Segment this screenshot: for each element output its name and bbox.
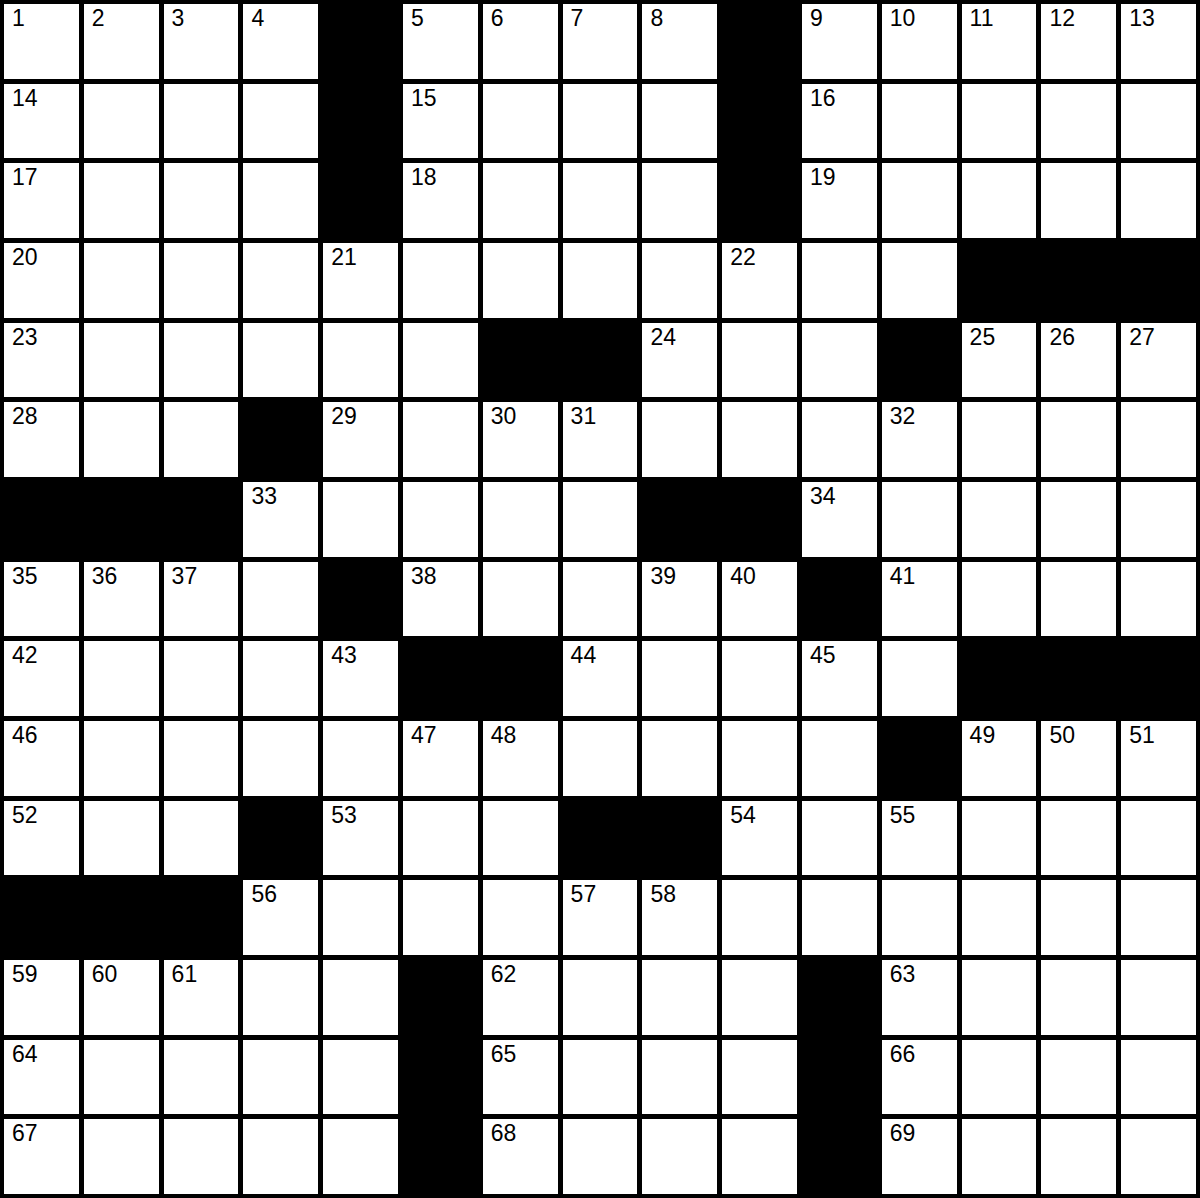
black-cell: [164, 880, 239, 955]
black-cell: [642, 801, 717, 876]
white-cell[interactable]: 24: [642, 323, 717, 398]
white-cell[interactable]: [1041, 482, 1116, 557]
clue-number: 7: [571, 7, 584, 30]
white-cell[interactable]: [962, 1040, 1037, 1115]
black-cell: [882, 721, 957, 796]
black-cell: [962, 641, 1037, 716]
white-cell[interactable]: 48: [483, 721, 558, 796]
clue-number: 38: [411, 565, 437, 588]
clue-number: 34: [810, 485, 836, 508]
white-cell[interactable]: 68: [483, 1119, 558, 1194]
white-cell[interactable]: 14: [4, 84, 79, 159]
white-cell[interactable]: [563, 482, 638, 557]
white-cell[interactable]: [563, 562, 638, 637]
white-cell[interactable]: [642, 721, 717, 796]
white-cell[interactable]: [722, 323, 797, 398]
white-cell[interactable]: 44: [563, 641, 638, 716]
white-cell[interactable]: [882, 84, 957, 159]
white-cell[interactable]: [483, 801, 558, 876]
clue-number: 5: [411, 7, 424, 30]
clue-number: 20: [12, 246, 38, 269]
white-cell[interactable]: [483, 84, 558, 159]
white-cell[interactable]: 10: [882, 4, 957, 79]
white-cell[interactable]: [722, 402, 797, 477]
white-cell[interactable]: 25: [962, 323, 1037, 398]
black-cell: [323, 4, 398, 79]
white-cell[interactable]: [563, 84, 638, 159]
white-cell[interactable]: [882, 163, 957, 238]
white-cell[interactable]: [1121, 562, 1196, 637]
white-cell[interactable]: [1041, 163, 1116, 238]
white-cell[interactable]: 66: [882, 1040, 957, 1115]
white-cell[interactable]: [84, 1119, 159, 1194]
black-cell: [243, 801, 318, 876]
clue-number: 62: [491, 963, 517, 986]
white-cell[interactable]: [323, 482, 398, 557]
white-cell[interactable]: 23: [4, 323, 79, 398]
white-cell[interactable]: 69: [882, 1119, 957, 1194]
white-cell[interactable]: [642, 243, 717, 318]
black-cell: [962, 243, 1037, 318]
white-cell[interactable]: 37: [164, 562, 239, 637]
white-cell[interactable]: [722, 721, 797, 796]
white-cell[interactable]: [243, 84, 318, 159]
clue-number: 37: [172, 565, 198, 588]
black-cell: [164, 482, 239, 557]
clue-number: 61: [172, 963, 198, 986]
white-cell[interactable]: [243, 1119, 318, 1194]
white-cell[interactable]: [962, 1119, 1037, 1194]
white-cell[interactable]: 60: [84, 960, 159, 1035]
white-cell[interactable]: 41: [882, 562, 957, 637]
clue-number: 4: [251, 7, 264, 30]
white-cell[interactable]: 32: [882, 402, 957, 477]
white-cell[interactable]: [164, 84, 239, 159]
clue-number: 31: [571, 405, 597, 428]
white-cell[interactable]: [243, 323, 318, 398]
black-cell: [483, 323, 558, 398]
black-cell: [1041, 243, 1116, 318]
white-cell[interactable]: [403, 482, 478, 557]
white-cell[interactable]: [483, 880, 558, 955]
white-cell[interactable]: 58: [642, 880, 717, 955]
white-cell[interactable]: [164, 402, 239, 477]
clue-number: 41: [890, 565, 916, 588]
white-cell[interactable]: 29: [323, 402, 398, 477]
white-cell[interactable]: [722, 960, 797, 1035]
clue-number: 52: [12, 804, 38, 827]
white-cell[interactable]: 51: [1121, 721, 1196, 796]
clue-number: 53: [331, 804, 357, 827]
white-cell[interactable]: 52: [4, 801, 79, 876]
clue-number: 55: [890, 804, 916, 827]
clue-number: 68: [491, 1122, 517, 1145]
clue-number: 65: [491, 1043, 517, 1066]
white-cell[interactable]: [243, 243, 318, 318]
white-cell[interactable]: [642, 402, 717, 477]
black-cell: [403, 1119, 478, 1194]
black-cell: [483, 641, 558, 716]
white-cell[interactable]: [84, 1040, 159, 1115]
clue-number: 21: [331, 246, 357, 269]
white-cell[interactable]: 28: [4, 402, 79, 477]
black-cell: [323, 84, 398, 159]
white-cell[interactable]: [1041, 960, 1116, 1035]
clue-number: 33: [251, 485, 277, 508]
crossword-puzzle: 1234567891011121314151617181920212223242…: [0, 0, 1200, 1198]
white-cell[interactable]: [882, 641, 957, 716]
black-cell: [1121, 641, 1196, 716]
white-cell[interactable]: [563, 243, 638, 318]
white-cell[interactable]: [962, 482, 1037, 557]
white-cell[interactable]: 43: [323, 641, 398, 716]
white-cell[interactable]: [1041, 801, 1116, 876]
clue-number: 29: [331, 405, 357, 428]
black-cell: [1121, 243, 1196, 318]
white-cell[interactable]: [483, 243, 558, 318]
black-cell: [642, 482, 717, 557]
clue-number: 40: [730, 565, 756, 588]
white-cell[interactable]: 62: [483, 960, 558, 1035]
clue-number: 15: [411, 87, 437, 110]
white-cell[interactable]: [1121, 1040, 1196, 1115]
white-cell[interactable]: [642, 1119, 717, 1194]
clue-number: 51: [1129, 724, 1155, 747]
clue-number: 17: [12, 166, 38, 189]
clue-number: 13: [1129, 7, 1155, 30]
clue-number: 22: [730, 246, 756, 269]
white-cell[interactable]: [882, 880, 957, 955]
white-cell[interactable]: [802, 880, 877, 955]
white-cell[interactable]: [164, 243, 239, 318]
clue-number: 10: [890, 7, 916, 30]
black-cell: [1041, 641, 1116, 716]
white-cell[interactable]: 49: [962, 721, 1037, 796]
white-cell[interactable]: [1121, 1119, 1196, 1194]
black-cell: [882, 323, 957, 398]
white-cell[interactable]: [722, 1040, 797, 1115]
white-cell[interactable]: 1: [4, 4, 79, 79]
white-cell[interactable]: 11: [962, 4, 1037, 79]
white-cell[interactable]: [882, 482, 957, 557]
white-cell[interactable]: [802, 243, 877, 318]
white-cell[interactable]: [243, 163, 318, 238]
white-cell[interactable]: [642, 1040, 717, 1115]
white-cell[interactable]: 39: [642, 562, 717, 637]
clue-number: 14: [12, 87, 38, 110]
clue-number: 44: [571, 644, 597, 667]
clue-number: 25: [970, 326, 996, 349]
white-cell[interactable]: [243, 562, 318, 637]
white-cell[interactable]: [84, 721, 159, 796]
white-cell[interactable]: [403, 801, 478, 876]
black-cell: [802, 1119, 877, 1194]
white-cell[interactable]: 21: [323, 243, 398, 318]
white-cell[interactable]: [84, 402, 159, 477]
white-cell[interactable]: 35: [4, 562, 79, 637]
clue-number: 26: [1049, 326, 1075, 349]
white-cell[interactable]: [243, 960, 318, 1035]
white-cell[interactable]: 61: [164, 960, 239, 1035]
white-cell[interactable]: 33: [243, 482, 318, 557]
white-cell[interactable]: 64: [4, 1040, 79, 1115]
white-cell[interactable]: [563, 1119, 638, 1194]
white-cell[interactable]: [563, 1040, 638, 1115]
black-cell: [4, 880, 79, 955]
black-cell: [4, 482, 79, 557]
white-cell[interactable]: [962, 402, 1037, 477]
clue-number: 24: [650, 326, 676, 349]
black-cell: [563, 323, 638, 398]
white-cell[interactable]: 5: [403, 4, 478, 79]
white-cell[interactable]: [802, 801, 877, 876]
white-cell[interactable]: 53: [323, 801, 398, 876]
white-cell[interactable]: [722, 641, 797, 716]
black-cell: [403, 960, 478, 1035]
white-cell[interactable]: [403, 402, 478, 477]
white-cell[interactable]: [164, 801, 239, 876]
white-cell[interactable]: [483, 482, 558, 557]
white-cell[interactable]: [403, 243, 478, 318]
white-cell[interactable]: 20: [4, 243, 79, 318]
white-cell[interactable]: 46: [4, 721, 79, 796]
white-cell[interactable]: 16: [802, 84, 877, 159]
white-cell[interactable]: [1041, 84, 1116, 159]
white-cell[interactable]: 54: [722, 801, 797, 876]
black-cell: [243, 402, 318, 477]
white-cell[interactable]: [164, 1119, 239, 1194]
white-cell[interactable]: [243, 1040, 318, 1115]
white-cell[interactable]: [962, 562, 1037, 637]
white-cell[interactable]: [563, 960, 638, 1035]
clue-number: 59: [12, 963, 38, 986]
white-cell[interactable]: 18: [403, 163, 478, 238]
white-cell[interactable]: 19: [802, 163, 877, 238]
clue-number: 32: [890, 405, 916, 428]
white-cell[interactable]: [1041, 562, 1116, 637]
white-cell[interactable]: 67: [4, 1119, 79, 1194]
black-cell: [323, 163, 398, 238]
black-cell: [722, 482, 797, 557]
white-cell[interactable]: [243, 721, 318, 796]
clue-number: 12: [1049, 7, 1075, 30]
black-cell: [802, 1040, 877, 1115]
white-cell[interactable]: 13: [1121, 4, 1196, 79]
clue-number: 9: [810, 7, 823, 30]
white-cell[interactable]: 42: [4, 641, 79, 716]
white-cell[interactable]: 34: [802, 482, 877, 557]
black-cell: [802, 960, 877, 1035]
white-cell[interactable]: [563, 721, 638, 796]
white-cell[interactable]: [403, 323, 478, 398]
white-cell[interactable]: 59: [4, 960, 79, 1035]
clue-number: 69: [890, 1122, 916, 1145]
clue-number: 6: [491, 7, 504, 30]
white-cell[interactable]: 38: [403, 562, 478, 637]
white-cell[interactable]: [1041, 880, 1116, 955]
white-cell[interactable]: [164, 1040, 239, 1115]
white-cell[interactable]: [403, 880, 478, 955]
white-cell[interactable]: 31: [563, 402, 638, 477]
clue-number: 64: [12, 1043, 38, 1066]
clue-number: 48: [491, 724, 517, 747]
clue-number: 43: [331, 644, 357, 667]
clue-number: 60: [92, 963, 118, 986]
white-cell[interactable]: [164, 641, 239, 716]
clue-number: 28: [12, 405, 38, 428]
white-cell[interactable]: [722, 1119, 797, 1194]
white-cell[interactable]: 55: [882, 801, 957, 876]
black-cell: [403, 1040, 478, 1115]
white-cell[interactable]: 4: [243, 4, 318, 79]
black-cell: [323, 562, 398, 637]
white-cell[interactable]: [1041, 402, 1116, 477]
white-cell[interactable]: [84, 641, 159, 716]
clue-number: 3: [172, 7, 185, 30]
clue-number: 42: [12, 644, 38, 667]
white-cell[interactable]: [164, 323, 239, 398]
white-cell[interactable]: [1121, 163, 1196, 238]
black-cell: [722, 4, 797, 79]
white-cell[interactable]: [1121, 482, 1196, 557]
black-cell: [722, 163, 797, 238]
white-cell[interactable]: [642, 641, 717, 716]
clue-number: 47: [411, 724, 437, 747]
white-cell[interactable]: [722, 880, 797, 955]
white-cell[interactable]: [642, 84, 717, 159]
white-cell[interactable]: [323, 1119, 398, 1194]
white-cell[interactable]: [84, 84, 159, 159]
white-cell[interactable]: [1041, 1040, 1116, 1115]
white-cell[interactable]: 56: [243, 880, 318, 955]
white-cell[interactable]: [323, 721, 398, 796]
white-cell[interactable]: [323, 880, 398, 955]
clue-number: 11: [970, 7, 994, 30]
clue-number: 46: [12, 724, 38, 747]
white-cell[interactable]: [323, 1040, 398, 1115]
white-cell[interactable]: 45: [802, 641, 877, 716]
clue-number: 8: [650, 7, 663, 30]
white-cell[interactable]: 50: [1041, 721, 1116, 796]
white-cell[interactable]: [483, 163, 558, 238]
crossword-board: 1234567891011121314151617181920212223242…: [0, 0, 1200, 1198]
clue-number: 18: [411, 166, 437, 189]
white-cell[interactable]: [164, 721, 239, 796]
clue-number: 2: [92, 7, 105, 30]
clue-number: 67: [12, 1122, 38, 1145]
white-cell[interactable]: 30: [483, 402, 558, 477]
clue-number: 49: [970, 724, 996, 747]
white-cell[interactable]: [483, 562, 558, 637]
white-cell[interactable]: [1121, 402, 1196, 477]
white-cell[interactable]: 63: [882, 960, 957, 1035]
clue-number: 23: [12, 326, 38, 349]
black-cell: [722, 84, 797, 159]
white-cell[interactable]: [84, 801, 159, 876]
white-cell[interactable]: 65: [483, 1040, 558, 1115]
white-cell[interactable]: 26: [1041, 323, 1116, 398]
white-cell[interactable]: [323, 323, 398, 398]
white-cell[interactable]: 57: [563, 880, 638, 955]
black-cell: [403, 641, 478, 716]
white-cell[interactable]: [962, 163, 1037, 238]
white-cell[interactable]: [802, 323, 877, 398]
black-cell: [84, 482, 159, 557]
clue-number: 56: [251, 883, 277, 906]
white-cell[interactable]: 3: [164, 4, 239, 79]
white-cell[interactable]: 7: [563, 4, 638, 79]
white-cell[interactable]: [642, 960, 717, 1035]
white-cell[interactable]: [1121, 801, 1196, 876]
clue-number: 66: [890, 1043, 916, 1066]
white-cell[interactable]: [802, 721, 877, 796]
white-cell[interactable]: 40: [722, 562, 797, 637]
black-cell: [84, 880, 159, 955]
white-cell[interactable]: [962, 801, 1037, 876]
white-cell[interactable]: [1121, 84, 1196, 159]
white-cell[interactable]: [962, 960, 1037, 1035]
white-cell[interactable]: [563, 163, 638, 238]
black-cell: [563, 801, 638, 876]
white-cell[interactable]: 12: [1041, 4, 1116, 79]
clue-number: 16: [810, 87, 836, 110]
black-cell: [802, 562, 877, 637]
clue-number: 45: [810, 644, 836, 667]
clue-number: 30: [491, 405, 517, 428]
white-cell[interactable]: 47: [403, 721, 478, 796]
white-cell[interactable]: 9: [802, 4, 877, 79]
clue-number: 1: [12, 7, 25, 30]
clue-number: 35: [12, 565, 38, 588]
white-cell[interactable]: 17: [4, 163, 79, 238]
white-cell[interactable]: [323, 960, 398, 1035]
white-cell[interactable]: 8: [642, 4, 717, 79]
white-cell[interactable]: [84, 323, 159, 398]
white-cell[interactable]: [642, 163, 717, 238]
clue-number: 58: [650, 883, 676, 906]
clue-number: 50: [1049, 724, 1075, 747]
white-cell[interactable]: [962, 880, 1037, 955]
clue-number: 57: [571, 883, 597, 906]
white-cell[interactable]: [1041, 1119, 1116, 1194]
white-cell[interactable]: 15: [403, 84, 478, 159]
clue-number: 27: [1129, 326, 1155, 349]
white-cell[interactable]: [84, 163, 159, 238]
white-cell[interactable]: [1121, 880, 1196, 955]
white-cell[interactable]: 36: [84, 562, 159, 637]
clue-number: 19: [810, 166, 836, 189]
white-cell[interactable]: [882, 243, 957, 318]
white-cell[interactable]: [1121, 960, 1196, 1035]
white-cell[interactable]: 27: [1121, 323, 1196, 398]
clue-number: 54: [730, 804, 756, 827]
white-cell[interactable]: 6: [483, 4, 558, 79]
white-cell[interactable]: [243, 641, 318, 716]
clue-number: 36: [92, 565, 118, 588]
white-cell[interactable]: 22: [722, 243, 797, 318]
white-cell[interactable]: [164, 163, 239, 238]
white-cell[interactable]: [962, 84, 1037, 159]
clue-number: 39: [650, 565, 676, 588]
white-cell[interactable]: 2: [84, 4, 159, 79]
clue-number: 63: [890, 963, 916, 986]
white-cell[interactable]: [802, 402, 877, 477]
white-cell[interactable]: [84, 243, 159, 318]
